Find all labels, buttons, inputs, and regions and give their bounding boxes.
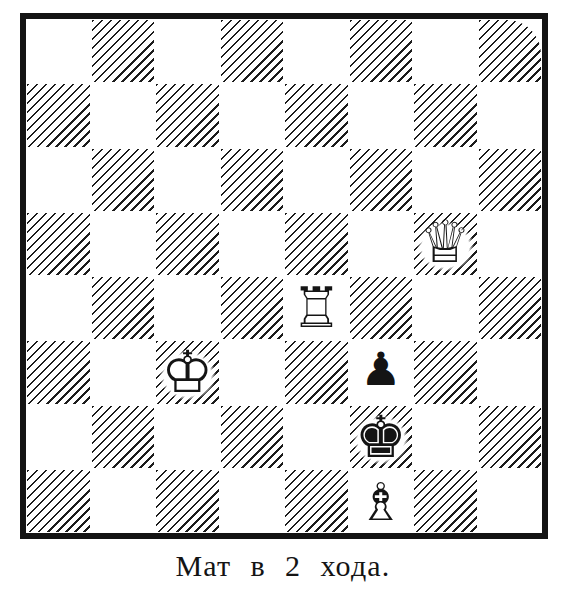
square-f5: [349, 212, 414, 276]
square-h2: [478, 405, 543, 469]
square-d1: [220, 469, 285, 533]
square-c8: [155, 19, 220, 83]
dark-square-hatch: [414, 470, 477, 532]
dark-square-hatch: [479, 277, 542, 339]
diagram-caption: Мат в 2 хода.: [0, 549, 566, 583]
square-h6: [478, 148, 543, 212]
dark-square-hatch: [285, 470, 348, 532]
square-a2: [26, 405, 91, 469]
square-h3: [478, 340, 543, 404]
square-a7: [26, 83, 91, 147]
dark-square-hatch: [221, 277, 284, 339]
square-e1: [284, 469, 349, 533]
square-g1: [413, 469, 478, 533]
square-h1: [478, 469, 543, 533]
square-c6: [155, 148, 220, 212]
chess-board: ♕♖♔♟♚♗: [26, 19, 542, 533]
book-page: ♕♖♔♟♚♗ Мат в 2 хода.: [0, 0, 566, 597]
square-g6: [413, 148, 478, 212]
dark-square-hatch: [285, 341, 348, 403]
dark-square-hatch: [27, 84, 90, 146]
square-f1: ♗: [349, 469, 414, 533]
square-g4: [413, 276, 478, 340]
square-g2: [413, 405, 478, 469]
square-a8: [26, 19, 91, 83]
square-e2: [284, 405, 349, 469]
square-d5: [220, 212, 285, 276]
square-e8: [284, 19, 349, 83]
square-c5: [155, 212, 220, 276]
square-c1: [155, 469, 220, 533]
dark-square-hatch: [479, 20, 542, 82]
dark-square-hatch: [285, 84, 348, 146]
square-f3: ♟: [349, 340, 414, 404]
dark-square-hatch: [285, 213, 348, 275]
white-rook-e4: ♖: [284, 276, 349, 340]
dark-square-hatch: [479, 406, 542, 468]
square-d8: [220, 19, 285, 83]
square-b1: [91, 469, 156, 533]
square-a1: [26, 469, 91, 533]
black-king-f2: ♚: [349, 405, 414, 469]
square-e3: [284, 340, 349, 404]
square-f7: [349, 83, 414, 147]
square-e4: ♖: [284, 276, 349, 340]
square-c2: [155, 405, 220, 469]
square-e5: [284, 212, 349, 276]
square-d4: [220, 276, 285, 340]
square-e7: [284, 83, 349, 147]
dark-square-hatch: [414, 341, 477, 403]
square-g7: [413, 83, 478, 147]
white-queen-g5: ♕: [413, 212, 478, 276]
square-d6: [220, 148, 285, 212]
square-c3: ♔: [155, 340, 220, 404]
white-bishop-f1: ♗: [349, 469, 414, 533]
square-g3: [413, 340, 478, 404]
dark-square-hatch: [92, 406, 155, 468]
square-a5: [26, 212, 91, 276]
square-b3: [91, 340, 156, 404]
square-f2: ♚: [349, 405, 414, 469]
square-h7: [478, 83, 543, 147]
dark-square-hatch: [27, 341, 90, 403]
square-c4: [155, 276, 220, 340]
square-b2: [91, 405, 156, 469]
square-d3: [220, 340, 285, 404]
dark-square-hatch: [221, 149, 284, 211]
dark-square-hatch: [221, 406, 284, 468]
square-b8: [91, 19, 156, 83]
square-e6: [284, 148, 349, 212]
dark-square-hatch: [92, 20, 155, 82]
chess-board-frame: ♕♖♔♟♚♗: [20, 13, 548, 539]
white-king-c3: ♔: [155, 340, 220, 404]
dark-square-hatch: [479, 149, 542, 211]
dark-square-hatch: [92, 149, 155, 211]
square-f4: [349, 276, 414, 340]
square-a6: [26, 148, 91, 212]
square-a4: [26, 276, 91, 340]
dark-square-hatch: [27, 213, 90, 275]
dark-square-hatch: [156, 470, 219, 532]
square-f8: [349, 19, 414, 83]
square-b5: [91, 212, 156, 276]
square-d2: [220, 405, 285, 469]
dark-square-hatch: [414, 84, 477, 146]
square-g5: ♕: [413, 212, 478, 276]
dark-square-hatch: [350, 20, 413, 82]
square-a3: [26, 340, 91, 404]
square-h8: [478, 19, 543, 83]
dark-square-hatch: [350, 149, 413, 211]
dark-square-hatch: [156, 84, 219, 146]
square-c7: [155, 83, 220, 147]
black-pawn-f3: ♟: [349, 340, 414, 404]
square-d7: [220, 83, 285, 147]
dark-square-hatch: [27, 470, 90, 532]
square-b7: [91, 83, 156, 147]
dark-square-hatch: [92, 277, 155, 339]
square-g8: [413, 19, 478, 83]
dark-square-hatch: [350, 277, 413, 339]
dark-square-hatch: [221, 20, 284, 82]
square-h5: [478, 212, 543, 276]
square-b4: [91, 276, 156, 340]
square-f6: [349, 148, 414, 212]
square-b6: [91, 148, 156, 212]
dark-square-hatch: [156, 213, 219, 275]
square-h4: [478, 276, 543, 340]
